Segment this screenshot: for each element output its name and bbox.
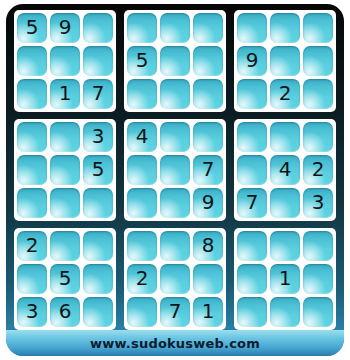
- cell-value: 3: [92, 126, 105, 146]
- cell-r6c7[interactable]: 7: [237, 188, 267, 218]
- cell-value: 5: [136, 50, 149, 70]
- cell-r1c9[interactable]: [303, 13, 333, 43]
- box-5: 479: [124, 119, 226, 221]
- cell-value: 2: [26, 235, 39, 255]
- cell-r5c7[interactable]: [237, 155, 267, 185]
- cell-r1c7[interactable]: [237, 13, 267, 43]
- cell-r5c9[interactable]: 2: [303, 155, 333, 185]
- cell-value: 5: [26, 17, 39, 37]
- cell-r7c3[interactable]: [83, 231, 113, 261]
- cell-r8c1[interactable]: [17, 264, 47, 294]
- cell-r3c2[interactable]: 1: [50, 79, 80, 109]
- cell-r2c6[interactable]: [193, 46, 223, 76]
- cell-r2c3[interactable]: [83, 46, 113, 76]
- box-9: 1: [234, 228, 336, 330]
- cell-r6c1[interactable]: [17, 188, 47, 218]
- cell-r8c7[interactable]: [237, 264, 267, 294]
- cell-value: 4: [279, 159, 292, 179]
- cell-r9c4[interactable]: [127, 297, 157, 327]
- box-3: 92: [234, 10, 336, 112]
- cell-value: 7: [246, 192, 259, 212]
- box-8: 8271: [124, 228, 226, 330]
- cell-r1c2[interactable]: 9: [50, 13, 80, 43]
- cell-r2c1[interactable]: [17, 46, 47, 76]
- cell-value: 9: [59, 17, 72, 37]
- cell-r7c1[interactable]: 2: [17, 231, 47, 261]
- cell-r4c4[interactable]: 4: [127, 122, 157, 152]
- cell-r1c4[interactable]: [127, 13, 157, 43]
- cell-value: 9: [246, 50, 259, 70]
- cell-r7c2[interactable]: [50, 231, 80, 261]
- cell-r9c8[interactable]: [270, 297, 300, 327]
- cell-r7c6[interactable]: 8: [193, 231, 223, 261]
- sudoku-page: 5917592354794273253682711 www.sudokusweb…: [0, 0, 350, 360]
- cell-r3c1[interactable]: [17, 79, 47, 109]
- cell-value: 9: [202, 192, 215, 212]
- cell-r9c7[interactable]: [237, 297, 267, 327]
- cell-value: 2: [279, 83, 292, 103]
- sudoku-grid: 5917592354794273253682711: [14, 10, 336, 330]
- cell-r6c3[interactable]: [83, 188, 113, 218]
- cell-value: 7: [92, 83, 105, 103]
- cell-r2c4[interactable]: 5: [127, 46, 157, 76]
- cell-value: 2: [312, 159, 325, 179]
- cell-r8c4[interactable]: 2: [127, 264, 157, 294]
- cell-r3c3[interactable]: 7: [83, 79, 113, 109]
- cell-r5c3[interactable]: 5: [83, 155, 113, 185]
- cell-r9c3[interactable]: [83, 297, 113, 327]
- cell-r7c4[interactable]: [127, 231, 157, 261]
- cell-value: 6: [59, 301, 72, 321]
- cell-r3c5[interactable]: [160, 79, 190, 109]
- cell-r5c1[interactable]: [17, 155, 47, 185]
- box-1: 5917: [14, 10, 116, 112]
- cell-r1c3[interactable]: [83, 13, 113, 43]
- cell-r6c6[interactable]: 9: [193, 188, 223, 218]
- cell-r4c7[interactable]: [237, 122, 267, 152]
- cell-r8c6[interactable]: [193, 264, 223, 294]
- cell-r4c3[interactable]: 3: [83, 122, 113, 152]
- cell-r4c6[interactable]: [193, 122, 223, 152]
- cell-r4c1[interactable]: [17, 122, 47, 152]
- cell-r4c8[interactable]: [270, 122, 300, 152]
- cell-r9c9[interactable]: [303, 297, 333, 327]
- box-2: 5: [124, 10, 226, 112]
- cell-r3c4[interactable]: [127, 79, 157, 109]
- cell-r1c5[interactable]: [160, 13, 190, 43]
- footer-band: www.sudokusweb.com: [6, 330, 344, 356]
- cell-r4c5[interactable]: [160, 122, 190, 152]
- cell-r2c2[interactable]: [50, 46, 80, 76]
- cell-r2c8[interactable]: [270, 46, 300, 76]
- cell-r9c5[interactable]: 7: [160, 297, 190, 327]
- cell-r3c7[interactable]: [237, 79, 267, 109]
- cell-r6c9[interactable]: 3: [303, 188, 333, 218]
- cell-r7c9[interactable]: [303, 231, 333, 261]
- cell-value: 1: [279, 268, 292, 288]
- cell-r3c8[interactable]: 2: [270, 79, 300, 109]
- cell-r8c2[interactable]: 5: [50, 264, 80, 294]
- cell-value: 5: [92, 159, 105, 179]
- cell-value: 3: [312, 192, 325, 212]
- cell-value: 4: [136, 126, 149, 146]
- cell-r9c6[interactable]: 1: [193, 297, 223, 327]
- cell-r1c6[interactable]: [193, 13, 223, 43]
- box-7: 2536: [14, 228, 116, 330]
- cell-value: 1: [59, 83, 72, 103]
- cell-r9c2[interactable]: 6: [50, 297, 80, 327]
- cell-r4c9[interactable]: [303, 122, 333, 152]
- cell-r8c8[interactable]: 1: [270, 264, 300, 294]
- cell-r5c2[interactable]: [50, 155, 80, 185]
- cell-r1c1[interactable]: 5: [17, 13, 47, 43]
- cell-value: 5: [59, 268, 72, 288]
- cell-r7c7[interactable]: [237, 231, 267, 261]
- cell-value: 7: [169, 301, 182, 321]
- cell-r1c8[interactable]: [270, 13, 300, 43]
- cell-r3c6[interactable]: [193, 79, 223, 109]
- site-url: www.sudokusweb.com: [90, 336, 260, 351]
- box-4: 35: [14, 119, 116, 221]
- cell-r2c7[interactable]: 9: [237, 46, 267, 76]
- cell-r6c4[interactable]: [127, 188, 157, 218]
- cell-value: 1: [202, 301, 215, 321]
- cell-r5c5[interactable]: [160, 155, 190, 185]
- cell-r5c4[interactable]: [127, 155, 157, 185]
- cell-r2c5[interactable]: [160, 46, 190, 76]
- cell-value: 2: [136, 268, 149, 288]
- cell-r5c6[interactable]: 7: [193, 155, 223, 185]
- cell-r7c8[interactable]: [270, 231, 300, 261]
- cell-value: 3: [26, 301, 39, 321]
- cell-r2c9[interactable]: [303, 46, 333, 76]
- cell-value: 7: [202, 159, 215, 179]
- cell-r6c8[interactable]: [270, 188, 300, 218]
- cell-r6c5[interactable]: [160, 188, 190, 218]
- cell-r8c9[interactable]: [303, 264, 333, 294]
- cell-r4c2[interactable]: [50, 122, 80, 152]
- cell-value: 8: [202, 235, 215, 255]
- cell-r6c2[interactable]: [50, 188, 80, 218]
- cell-r9c1[interactable]: 3: [17, 297, 47, 327]
- cell-r8c5[interactable]: [160, 264, 190, 294]
- box-6: 4273: [234, 119, 336, 221]
- board-frame: 5917592354794273253682711 www.sudokusweb…: [6, 4, 344, 356]
- cell-r5c8[interactable]: 4: [270, 155, 300, 185]
- cell-r3c9[interactable]: [303, 79, 333, 109]
- cell-r7c5[interactable]: [160, 231, 190, 261]
- cell-r8c3[interactable]: [83, 264, 113, 294]
